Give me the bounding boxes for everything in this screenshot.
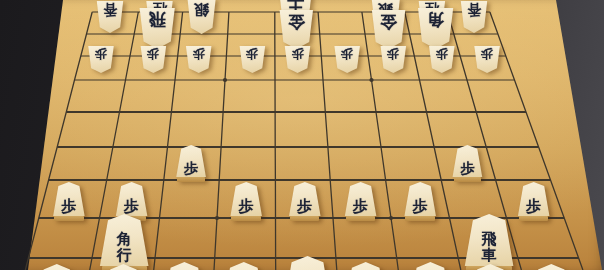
piece-kanji: 歩 [124, 199, 139, 214]
piece-sente-king[interactable]: 玉将 [281, 256, 334, 270]
grid-line [275, 12, 276, 270]
piece-sente-rook[interactable]: 飛車 [462, 214, 516, 270]
piece-gote-pawn[interactable]: 歩 [473, 46, 502, 73]
piece-gote-bishop[interactable]: 角 [416, 8, 456, 49]
grid-line [25, 12, 92, 270]
piece-sente-pawn[interactable]: 歩 [51, 182, 86, 221]
piece-kanji: 金 [288, 13, 305, 30]
piece-sente-lance[interactable]: 香車 [35, 264, 79, 270]
grid-line [214, 12, 229, 270]
piece-kanji: 歩 [61, 199, 76, 214]
piece-sente-gold[interactable]: 金将 [221, 262, 267, 270]
piece-gote-pawn[interactable]: 歩 [238, 46, 267, 73]
piece-gote-pawn[interactable]: 歩 [427, 46, 456, 73]
piece-kanji: 歩 [387, 48, 399, 60]
star-point [389, 216, 393, 220]
piece-kanji: 金 [380, 13, 397, 30]
piece-sente-lance[interactable]: 香車 [529, 264, 573, 270]
star-point [215, 216, 219, 220]
piece-kanji: 歩 [246, 48, 258, 60]
piece-gote-lance[interactable]: 香 [459, 1, 489, 33]
piece-gote-lance[interactable]: 香 [95, 1, 125, 33]
piece-side-face [54, 216, 83, 221]
piece-kanji: 歩 [147, 48, 159, 60]
piece-kanji: 歩 [526, 199, 541, 214]
piece-sente-pawn[interactable]: 歩 [451, 145, 484, 182]
shogi-board-photo: 香桂銀王銀桂香飛金金角歩歩歩歩歩歩歩歩歩歩歩歩歩歩歩歩歩歩角行飛車香車桂馬銀将金… [0, 0, 604, 270]
piece-kanji: 歩 [239, 199, 254, 214]
piece-gote-silver[interactable]: 銀 [186, 0, 218, 34]
piece-gote-pawn[interactable]: 歩 [139, 46, 168, 73]
piece-kanji: 飛車 [482, 232, 497, 263]
piece-kanji: 歩 [95, 48, 107, 60]
piece-sente-silver[interactable]: 銀将 [407, 262, 453, 270]
piece-side-face [519, 216, 548, 221]
piece-sente-knight[interactable]: 桂馬 [468, 264, 512, 270]
piece-kanji: 歩 [436, 48, 448, 60]
piece-gote-gold[interactable]: 金 [277, 10, 315, 49]
piece-kanji: 歩 [481, 48, 493, 60]
piece-sente-knight[interactable]: 桂馬 [101, 264, 145, 270]
piece-gote-pawn[interactable]: 歩 [283, 46, 312, 73]
piece-sente-pawn[interactable]: 歩 [343, 182, 378, 221]
piece-gote-gold[interactable]: 金 [370, 10, 408, 49]
piece-side-face [231, 216, 260, 221]
piece-gote-pawn[interactable]: 歩 [333, 46, 362, 73]
piece-kanji: 歩 [341, 48, 353, 60]
piece-gote-pawn[interactable]: 歩 [87, 46, 116, 73]
piece-sente-pawn[interactable]: 歩 [516, 182, 551, 221]
piece-kanji: 銀 [194, 2, 209, 17]
piece-side-face [177, 177, 205, 182]
piece-side-face [346, 216, 375, 221]
piece-kanji: 歩 [297, 199, 312, 214]
piece-kanji: 歩 [184, 161, 198, 175]
star-point [369, 78, 373, 82]
piece-kanji: 歩 [292, 48, 304, 60]
piece-kanji: 角 [427, 11, 444, 28]
piece-kanji: 香 [103, 3, 117, 17]
piece-sente-pawn[interactable]: 歩 [287, 182, 322, 221]
piece-kanji: 香 [467, 3, 481, 17]
piece-sente-pawn[interactable]: 歩 [175, 145, 208, 182]
piece-side-face [290, 216, 319, 221]
piece-kanji: 歩 [353, 199, 368, 214]
piece-kanji: 歩 [460, 161, 474, 175]
piece-sente-bishop[interactable]: 角行 [97, 214, 151, 270]
piece-kanji: 歩 [413, 199, 428, 214]
piece-kanji: 歩 [193, 48, 205, 60]
star-point [223, 78, 227, 82]
piece-gote-rook[interactable]: 飛 [137, 8, 177, 49]
piece-gote-pawn[interactable]: 歩 [184, 46, 213, 73]
piece-side-face [405, 216, 434, 221]
piece-sente-pawn[interactable]: 歩 [403, 182, 438, 221]
piece-sente-silver[interactable]: 銀将 [161, 262, 207, 270]
piece-gote-pawn[interactable]: 歩 [379, 46, 408, 73]
piece-kanji: 飛 [149, 11, 166, 28]
piece-kanji: 角行 [117, 232, 132, 263]
piece-sente-gold[interactable]: 金将 [343, 262, 389, 270]
piece-side-face [454, 177, 482, 182]
piece-sente-pawn[interactable]: 歩 [229, 182, 264, 221]
